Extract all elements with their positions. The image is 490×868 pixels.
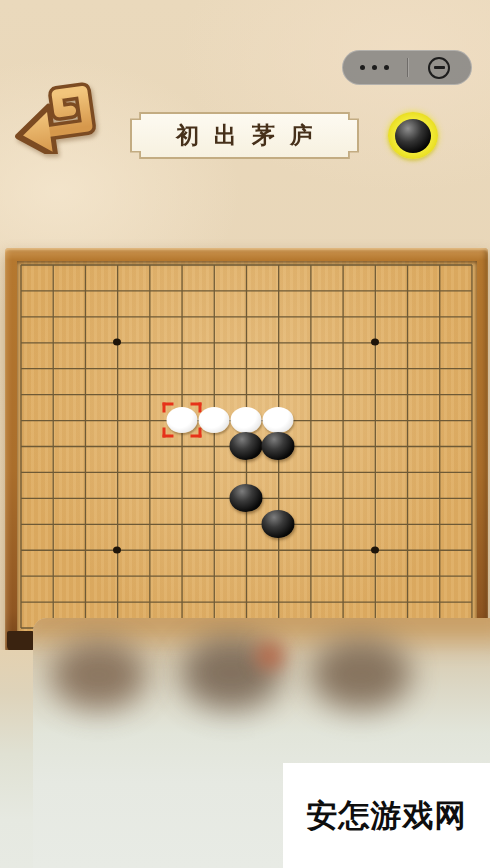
more-dots-icon xyxy=(360,65,389,70)
blur-blob xyxy=(51,640,146,710)
star-point xyxy=(113,339,121,346)
level-banner: 初出茅庐 xyxy=(130,112,359,159)
back-arrow-icon xyxy=(14,74,110,154)
watermark-panel: 安怎游戏网 xyxy=(283,763,490,868)
blur-blob xyxy=(255,642,285,670)
wechat-capsule xyxy=(342,50,472,85)
stone-white xyxy=(198,407,229,433)
stone-black xyxy=(230,432,263,460)
watermark-text: 安怎游戏网 xyxy=(307,795,467,837)
stone-white xyxy=(263,407,294,433)
star-point xyxy=(371,339,379,346)
back-button[interactable] xyxy=(14,74,110,154)
board-foot xyxy=(7,631,34,652)
stone-white xyxy=(231,407,262,433)
app-screen: 初出茅庐 安怎游戏网 xyxy=(0,0,490,868)
stone-black xyxy=(262,510,295,538)
blur-blob xyxy=(311,638,411,710)
stone-black xyxy=(230,484,263,512)
level-banner-inner: 初出茅庐 xyxy=(132,114,357,157)
level-title: 初出茅庐 xyxy=(161,120,328,151)
board-frame xyxy=(5,248,488,652)
star-point xyxy=(113,546,121,553)
left-fade xyxy=(0,650,34,868)
minimize-button[interactable] xyxy=(408,51,472,84)
minimize-icon xyxy=(428,57,450,79)
black-stone-icon xyxy=(395,119,431,153)
last-move-marker xyxy=(162,403,201,438)
stone-black xyxy=(262,432,295,460)
star-point xyxy=(371,546,379,553)
more-button[interactable] xyxy=(343,51,407,84)
turn-indicator xyxy=(388,112,438,159)
blur-blob xyxy=(33,618,490,642)
